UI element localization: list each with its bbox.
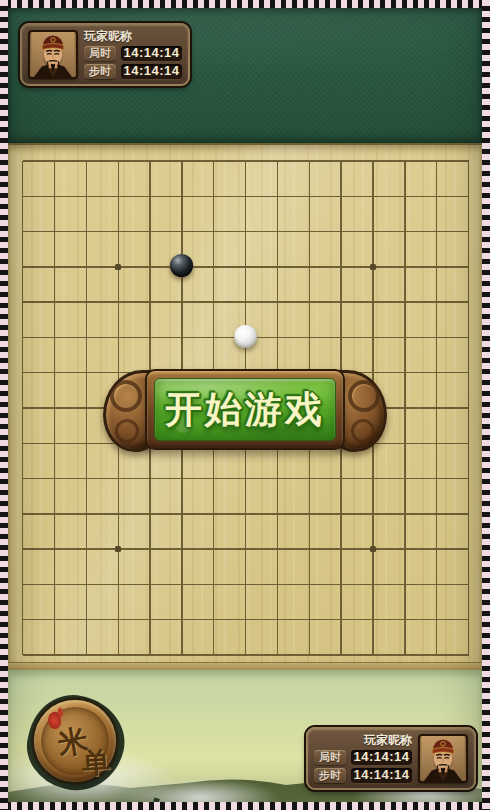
grid-line-horizontal bbox=[421, 266, 453, 267]
grid-line-vertical bbox=[277, 161, 278, 179]
board-cell[interactable] bbox=[293, 461, 325, 496]
board-cell[interactable] bbox=[134, 461, 166, 496]
board-cell[interactable] bbox=[7, 143, 39, 178]
board-cell[interactable] bbox=[357, 143, 389, 178]
board-cell[interactable] bbox=[70, 179, 102, 214]
board-cell[interactable] bbox=[7, 637, 39, 672]
grid-line-horizontal bbox=[230, 231, 262, 232]
board-cell[interactable] bbox=[198, 320, 230, 355]
grid-line-horizontal bbox=[70, 619, 102, 620]
grid-line-horizontal bbox=[453, 619, 469, 620]
board-cell[interactable] bbox=[166, 179, 198, 214]
board-cell[interactable] bbox=[166, 602, 198, 637]
grid-line-horizontal bbox=[198, 478, 230, 479]
board-cell[interactable] bbox=[7, 390, 39, 425]
board-cell[interactable] bbox=[39, 143, 71, 178]
grid-line-horizontal bbox=[134, 548, 166, 549]
grid-line-horizontal bbox=[70, 478, 102, 479]
board-cell[interactable] bbox=[70, 390, 102, 425]
board-cell[interactable] bbox=[230, 249, 262, 284]
grid-line-vertical bbox=[86, 161, 87, 179]
grid-line-horizontal bbox=[230, 266, 262, 267]
game-time-value: 14:14:14 bbox=[121, 46, 182, 61]
board-cell[interactable] bbox=[421, 355, 453, 390]
board-cell[interactable] bbox=[389, 496, 421, 531]
player-panel-bottom: 玩家昵称 局时 14:14:14 步时 14:14:14 bbox=[306, 727, 476, 790]
board-cell[interactable] bbox=[421, 390, 453, 425]
board-cell[interactable] bbox=[39, 531, 71, 566]
board-cell[interactable] bbox=[453, 461, 485, 496]
board-cell[interactable] bbox=[389, 320, 421, 355]
board-cell[interactable] bbox=[453, 637, 485, 672]
board-cell[interactable] bbox=[421, 285, 453, 320]
board-cell[interactable] bbox=[453, 426, 485, 461]
board-cell[interactable] bbox=[134, 637, 166, 672]
grid-line-horizontal bbox=[453, 478, 469, 479]
board-cell[interactable] bbox=[325, 461, 357, 496]
board-cell[interactable] bbox=[39, 285, 71, 320]
grid-line-vertical bbox=[468, 161, 469, 179]
board-cell[interactable] bbox=[230, 143, 262, 178]
game-time-value: 14:14:14 bbox=[351, 750, 412, 765]
grid-line-horizontal bbox=[421, 548, 453, 549]
board-cell[interactable] bbox=[102, 496, 134, 531]
board-cell[interactable] bbox=[7, 567, 39, 602]
board-cell[interactable] bbox=[357, 602, 389, 637]
board-cell[interactable] bbox=[230, 214, 262, 249]
board-cell[interactable] bbox=[293, 496, 325, 531]
board-cell[interactable] bbox=[453, 320, 485, 355]
board-cell[interactable] bbox=[39, 602, 71, 637]
grid-line-horizontal bbox=[453, 231, 469, 232]
grid-line-horizontal bbox=[39, 266, 71, 267]
grid-line-horizontal bbox=[293, 584, 325, 585]
board-cell[interactable] bbox=[357, 461, 389, 496]
board-cell[interactable] bbox=[230, 179, 262, 214]
board-cell[interactable] bbox=[262, 461, 294, 496]
board-cell[interactable] bbox=[70, 637, 102, 672]
board-cell[interactable] bbox=[230, 461, 262, 496]
board-cell[interactable] bbox=[134, 143, 166, 178]
board-cell[interactable] bbox=[70, 602, 102, 637]
grid-line-horizontal bbox=[39, 407, 71, 408]
board-cell[interactable] bbox=[389, 214, 421, 249]
board-cell[interactable] bbox=[389, 143, 421, 178]
grid-line-horizontal bbox=[102, 654, 134, 655]
board-cell[interactable] bbox=[389, 602, 421, 637]
board-cell[interactable] bbox=[357, 531, 389, 566]
board-cell[interactable] bbox=[389, 531, 421, 566]
board-cell[interactable] bbox=[325, 143, 357, 178]
grid-line-horizontal bbox=[389, 443, 421, 444]
grid-line-horizontal bbox=[102, 478, 134, 479]
grid-line-vertical bbox=[309, 637, 310, 655]
grid-line-vertical bbox=[118, 637, 119, 655]
move-time-value: 14:14:14 bbox=[351, 768, 412, 783]
board-cell[interactable] bbox=[421, 496, 453, 531]
board-cell[interactable] bbox=[325, 496, 357, 531]
board-cell[interactable] bbox=[102, 320, 134, 355]
board-cell[interactable] bbox=[166, 285, 198, 320]
board-cell[interactable] bbox=[198, 249, 230, 284]
board-cell[interactable] bbox=[357, 179, 389, 214]
grid-line-vertical bbox=[404, 161, 405, 179]
board-cell[interactable] bbox=[262, 531, 294, 566]
board-cell[interactable] bbox=[357, 320, 389, 355]
board-cell[interactable] bbox=[102, 567, 134, 602]
board-cell[interactable] bbox=[39, 496, 71, 531]
board-cell[interactable] bbox=[198, 567, 230, 602]
board-cell[interactable] bbox=[166, 567, 198, 602]
board-cell[interactable] bbox=[389, 637, 421, 672]
grid-line-horizontal bbox=[325, 513, 357, 514]
board-cell[interactable] bbox=[453, 285, 485, 320]
board-cell[interactable] bbox=[325, 320, 357, 355]
player-info-bottom: 玩家昵称 局时 14:14:14 步时 14:14:14 bbox=[314, 734, 412, 783]
board-cell[interactable] bbox=[230, 531, 262, 566]
board-cell[interactable] bbox=[39, 214, 71, 249]
grid-line-horizontal bbox=[70, 301, 102, 302]
grid-line-horizontal bbox=[421, 443, 453, 444]
board-cell[interactable] bbox=[102, 531, 134, 566]
board-cell[interactable] bbox=[102, 143, 134, 178]
board-cell[interactable] bbox=[357, 249, 389, 284]
grid-line-horizontal bbox=[262, 231, 294, 232]
board-cell[interactable] bbox=[325, 602, 357, 637]
board-cell[interactable] bbox=[134, 179, 166, 214]
board-cell[interactable] bbox=[453, 355, 485, 390]
board-cell[interactable] bbox=[453, 214, 485, 249]
board-cell[interactable] bbox=[166, 531, 198, 566]
board-cell[interactable] bbox=[70, 567, 102, 602]
grid-line-horizontal bbox=[453, 301, 469, 302]
board-cell[interactable] bbox=[389, 179, 421, 214]
board-cell[interactable] bbox=[134, 285, 166, 320]
grid-line-horizontal bbox=[134, 478, 166, 479]
grid-line-horizontal bbox=[230, 160, 262, 161]
board-cell[interactable] bbox=[230, 320, 262, 355]
grid-line-horizontal bbox=[23, 548, 39, 549]
board-cell[interactable] bbox=[293, 179, 325, 214]
grid-line-horizontal bbox=[198, 160, 230, 161]
grid-line-horizontal bbox=[453, 584, 469, 585]
board-cell[interactable] bbox=[198, 214, 230, 249]
grid-line-horizontal bbox=[389, 337, 421, 338]
board-cell[interactable] bbox=[389, 249, 421, 284]
board-cell[interactable] bbox=[262, 249, 294, 284]
grid-line-horizontal bbox=[102, 584, 134, 585]
grid-line-horizontal bbox=[389, 478, 421, 479]
grid-line-horizontal bbox=[357, 478, 389, 479]
board-cell[interactable] bbox=[166, 214, 198, 249]
board-cell[interactable] bbox=[7, 285, 39, 320]
board-cell[interactable] bbox=[102, 179, 134, 214]
board-cell[interactable] bbox=[262, 179, 294, 214]
board-cell[interactable] bbox=[262, 567, 294, 602]
board-cell[interactable] bbox=[453, 567, 485, 602]
grid-line-horizontal bbox=[70, 584, 102, 585]
grid-line-horizontal bbox=[325, 301, 357, 302]
board-cell[interactable] bbox=[421, 531, 453, 566]
grid-line-horizontal bbox=[70, 337, 102, 338]
grid-line-horizontal bbox=[389, 407, 421, 408]
grid-line-horizontal bbox=[357, 654, 389, 655]
board-cell[interactable] bbox=[198, 496, 230, 531]
board-cell[interactable] bbox=[39, 637, 71, 672]
grid-line-horizontal bbox=[453, 548, 469, 549]
grid-line-horizontal bbox=[389, 301, 421, 302]
grid-line-horizontal bbox=[23, 584, 39, 585]
player-nickname: 玩家昵称 bbox=[314, 734, 412, 747]
board-cell[interactable] bbox=[230, 496, 262, 531]
board-cell[interactable] bbox=[293, 143, 325, 178]
board-cell[interactable] bbox=[102, 461, 134, 496]
board-cell[interactable] bbox=[70, 531, 102, 566]
board-cell[interactable] bbox=[134, 496, 166, 531]
board-cell[interactable] bbox=[453, 531, 485, 566]
board-cell[interactable] bbox=[166, 143, 198, 178]
board-cell[interactable] bbox=[293, 285, 325, 320]
board-cell[interactable] bbox=[7, 355, 39, 390]
board-cell[interactable] bbox=[134, 531, 166, 566]
board-cell[interactable] bbox=[293, 249, 325, 284]
board-cell[interactable] bbox=[421, 214, 453, 249]
grid-line-horizontal bbox=[134, 654, 166, 655]
board-cell[interactable] bbox=[293, 637, 325, 672]
grid-line-horizontal bbox=[23, 443, 39, 444]
board-cell[interactable] bbox=[421, 567, 453, 602]
board-cell[interactable] bbox=[453, 496, 485, 531]
grid-line-vertical bbox=[436, 161, 437, 179]
board-cell[interactable] bbox=[421, 602, 453, 637]
grid-line-horizontal bbox=[23, 372, 39, 373]
grid-line-horizontal bbox=[102, 301, 134, 302]
board-cell[interactable] bbox=[357, 567, 389, 602]
grid-line-vertical bbox=[245, 161, 246, 179]
grid-line-horizontal bbox=[262, 266, 294, 267]
board-cell[interactable] bbox=[7, 214, 39, 249]
grid-line-horizontal bbox=[262, 301, 294, 302]
board-cell[interactable] bbox=[7, 249, 39, 284]
grid-line-horizontal bbox=[102, 513, 134, 514]
board-cell[interactable] bbox=[7, 496, 39, 531]
board-cell[interactable] bbox=[389, 390, 421, 425]
board-cell[interactable] bbox=[166, 320, 198, 355]
board-cell[interactable] bbox=[262, 143, 294, 178]
board-cell[interactable] bbox=[70, 285, 102, 320]
board-cell[interactable] bbox=[102, 285, 134, 320]
board-cell[interactable] bbox=[70, 320, 102, 355]
board-cell[interactable] bbox=[198, 531, 230, 566]
board-cell[interactable] bbox=[357, 496, 389, 531]
board-cell[interactable] bbox=[198, 143, 230, 178]
board-cell[interactable] bbox=[262, 496, 294, 531]
game-time-label: 局时 bbox=[314, 750, 346, 765]
board-cell[interactable] bbox=[230, 567, 262, 602]
board-cell[interactable] bbox=[230, 602, 262, 637]
board-cell[interactable] bbox=[39, 390, 71, 425]
board-cell[interactable] bbox=[70, 214, 102, 249]
grid-line-horizontal bbox=[453, 407, 469, 408]
board-cell[interactable] bbox=[421, 179, 453, 214]
board-cell[interactable] bbox=[325, 567, 357, 602]
board-cell[interactable] bbox=[262, 285, 294, 320]
board-cell[interactable] bbox=[357, 285, 389, 320]
board-cell[interactable] bbox=[70, 143, 102, 178]
board-cell[interactable] bbox=[421, 637, 453, 672]
grid-line-horizontal bbox=[70, 196, 102, 197]
board-cell[interactable] bbox=[262, 320, 294, 355]
board-cell[interactable] bbox=[166, 461, 198, 496]
grid-line-horizontal bbox=[357, 513, 389, 514]
board-cell[interactable] bbox=[7, 602, 39, 637]
grid-line-vertical bbox=[309, 161, 310, 179]
board-cell[interactable] bbox=[325, 249, 357, 284]
grid-line-horizontal bbox=[39, 231, 71, 232]
board-cell[interactable] bbox=[70, 426, 102, 461]
grid-line-horizontal bbox=[134, 231, 166, 232]
grid-line-horizontal bbox=[198, 548, 230, 549]
grid-line-horizontal bbox=[23, 619, 39, 620]
board-cell[interactable] bbox=[134, 214, 166, 249]
board-cell[interactable] bbox=[421, 143, 453, 178]
board-cell[interactable] bbox=[453, 179, 485, 214]
board-cell[interactable] bbox=[102, 249, 134, 284]
board-cell[interactable] bbox=[39, 179, 71, 214]
grid-line-horizontal bbox=[262, 513, 294, 514]
grid-line-horizontal bbox=[102, 231, 134, 232]
board-cell[interactable] bbox=[453, 602, 485, 637]
grid-line-horizontal bbox=[293, 619, 325, 620]
board-cell[interactable] bbox=[7, 179, 39, 214]
star-point bbox=[370, 264, 376, 270]
move-time-label: 步时 bbox=[314, 768, 346, 783]
grid-line-horizontal bbox=[325, 196, 357, 197]
board-cell[interactable] bbox=[70, 496, 102, 531]
board-cell[interactable] bbox=[293, 214, 325, 249]
grid-line-horizontal bbox=[166, 548, 198, 549]
board-cell[interactable] bbox=[70, 461, 102, 496]
board-cell[interactable] bbox=[453, 143, 485, 178]
board-cell[interactable] bbox=[325, 285, 357, 320]
grid-line-horizontal bbox=[166, 337, 198, 338]
board-cell[interactable] bbox=[198, 602, 230, 637]
grid-line-horizontal bbox=[421, 478, 453, 479]
board-cell[interactable] bbox=[421, 320, 453, 355]
board-cell[interactable] bbox=[198, 637, 230, 672]
board-cell[interactable] bbox=[325, 214, 357, 249]
board-cell[interactable] bbox=[102, 214, 134, 249]
board-cell[interactable] bbox=[70, 249, 102, 284]
board-cell[interactable] bbox=[389, 355, 421, 390]
board-cell[interactable] bbox=[134, 602, 166, 637]
start-game-button[interactable]: 开始游戏 bbox=[103, 364, 387, 458]
board-cell[interactable] bbox=[166, 637, 198, 672]
grid-line-horizontal bbox=[357, 160, 389, 161]
board-cell[interactable] bbox=[421, 461, 453, 496]
grid-line-vertical bbox=[181, 161, 182, 179]
board-cell[interactable] bbox=[293, 320, 325, 355]
board-cell[interactable] bbox=[421, 426, 453, 461]
board-cell[interactable] bbox=[230, 637, 262, 672]
board-cell[interactable] bbox=[198, 461, 230, 496]
grid-line-horizontal bbox=[389, 266, 421, 267]
grid-line-horizontal bbox=[293, 337, 325, 338]
grid-line-horizontal bbox=[166, 231, 198, 232]
board-cell[interactable] bbox=[134, 320, 166, 355]
grid-line-horizontal bbox=[421, 654, 453, 655]
board-cell[interactable] bbox=[7, 461, 39, 496]
grid-line-vertical bbox=[468, 637, 469, 655]
board-cell[interactable] bbox=[102, 602, 134, 637]
board-cell[interactable] bbox=[166, 249, 198, 284]
board-cell[interactable] bbox=[134, 567, 166, 602]
board-cell[interactable] bbox=[166, 496, 198, 531]
grid-line-horizontal bbox=[70, 548, 102, 549]
board-cell[interactable] bbox=[7, 320, 39, 355]
board-cell[interactable] bbox=[7, 426, 39, 461]
board-cell[interactable] bbox=[421, 249, 453, 284]
board-cell[interactable] bbox=[39, 461, 71, 496]
board-cell[interactable] bbox=[293, 567, 325, 602]
grid-line-horizontal bbox=[230, 619, 262, 620]
grid-line-horizontal bbox=[198, 301, 230, 302]
board-cell[interactable] bbox=[357, 214, 389, 249]
board-cell[interactable] bbox=[230, 285, 262, 320]
board-cell[interactable] bbox=[70, 355, 102, 390]
board-cell[interactable] bbox=[389, 426, 421, 461]
board-cell[interactable] bbox=[39, 355, 71, 390]
board-cell[interactable] bbox=[39, 567, 71, 602]
grid-line-horizontal bbox=[198, 619, 230, 620]
grid-line-horizontal bbox=[166, 513, 198, 514]
board-cell[interactable] bbox=[357, 637, 389, 672]
grid-line-horizontal bbox=[325, 266, 357, 267]
board-cell[interactable] bbox=[198, 285, 230, 320]
grid-line-horizontal bbox=[389, 619, 421, 620]
grid-line-horizontal bbox=[198, 337, 230, 338]
board-cell[interactable] bbox=[453, 390, 485, 425]
board-cell[interactable] bbox=[39, 249, 71, 284]
board-cell[interactable] bbox=[389, 461, 421, 496]
grid-line-vertical bbox=[213, 161, 214, 179]
board-cell[interactable] bbox=[39, 320, 71, 355]
board-cell[interactable] bbox=[262, 602, 294, 637]
board-cell[interactable] bbox=[102, 637, 134, 672]
grid-line-vertical bbox=[404, 637, 405, 655]
board-cell[interactable] bbox=[7, 531, 39, 566]
black-stone bbox=[170, 254, 193, 277]
grid-line-horizontal bbox=[357, 301, 389, 302]
grid-line-horizontal bbox=[134, 584, 166, 585]
grid-line-horizontal bbox=[262, 160, 294, 161]
grid-line-horizontal bbox=[262, 548, 294, 549]
board-cell[interactable] bbox=[39, 426, 71, 461]
board-cell[interactable] bbox=[389, 285, 421, 320]
board-cell[interactable] bbox=[453, 249, 485, 284]
board-cell[interactable] bbox=[134, 249, 166, 284]
board-cell[interactable] bbox=[325, 179, 357, 214]
grid-line-horizontal bbox=[357, 196, 389, 197]
board-cell[interactable] bbox=[262, 214, 294, 249]
board-cell[interactable] bbox=[293, 531, 325, 566]
board-cell[interactable] bbox=[293, 602, 325, 637]
board-cell[interactable] bbox=[389, 567, 421, 602]
board-cell[interactable] bbox=[262, 637, 294, 672]
board-cell[interactable] bbox=[325, 637, 357, 672]
board-cell[interactable] bbox=[198, 179, 230, 214]
board-cell[interactable] bbox=[325, 531, 357, 566]
